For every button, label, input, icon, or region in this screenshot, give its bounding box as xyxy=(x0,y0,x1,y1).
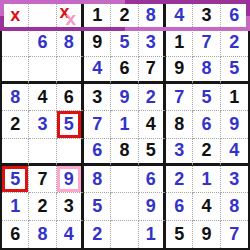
cell-r5c2[interactable]: 3 xyxy=(29,111,56,138)
cell-r8c5[interactable] xyxy=(111,193,138,220)
cell-r2c5[interactable]: 5 xyxy=(111,29,138,56)
cell-r7c1[interactable]: 5 xyxy=(2,166,29,193)
entered-digit: 7 xyxy=(229,224,239,245)
cell-r3c6[interactable]: 7 xyxy=(139,57,166,84)
cell-r7c9[interactable]: 3 xyxy=(221,166,248,193)
cell-r8c1[interactable]: 1 xyxy=(2,193,29,220)
cell-r2c1[interactable] xyxy=(2,29,29,56)
cell-r3c8[interactable]: 8 xyxy=(193,57,220,84)
cell-r7c3[interactable]: 9 xyxy=(57,166,84,193)
given-digit: 5 xyxy=(146,140,156,161)
entered-digit: 2 xyxy=(229,32,239,53)
entered-digit: 9 xyxy=(119,87,129,108)
entered-digit: 4 xyxy=(92,58,102,79)
cell-r5c5[interactable]: 1 xyxy=(111,111,138,138)
cell-r5c7[interactable]: 8 xyxy=(166,111,193,138)
cell-r9c9[interactable]: 7 xyxy=(221,221,248,248)
given-digit: 4 xyxy=(146,114,156,135)
given-digit: 2 xyxy=(119,5,129,26)
cell-r1c1[interactable]: x xyxy=(2,2,29,29)
cell-r9c8[interactable]: 9 xyxy=(193,221,220,248)
entered-digit: 8 xyxy=(64,32,74,53)
cell-r2c7[interactable]: 1 xyxy=(166,29,193,56)
cell-r9c5[interactable] xyxy=(111,221,138,248)
cell-r1c4[interactable]: 1 xyxy=(84,2,111,29)
entered-digit: 4 xyxy=(174,5,184,26)
given-digit: 7 xyxy=(37,169,47,190)
given-digit: 6 xyxy=(64,87,74,108)
cell-r3c4[interactable]: 4 xyxy=(84,57,111,84)
entered-digit: 4 xyxy=(64,224,74,245)
entered-digit: 1 xyxy=(146,224,156,245)
cell-r7c6[interactable]: 6 xyxy=(139,166,166,193)
cell-r7c5[interactable] xyxy=(111,166,138,193)
entered-digit: 8 xyxy=(146,5,156,26)
cell-r7c4[interactable]: 8 xyxy=(84,166,111,193)
cell-r1c5[interactable]: 2 xyxy=(111,2,138,29)
cell-r1c2[interactable] xyxy=(29,2,56,29)
cell-r8c2[interactable]: 2 xyxy=(29,193,56,220)
cell-r6c8[interactable]: 2 xyxy=(193,139,220,166)
cell-r2c2[interactable]: 6 xyxy=(29,29,56,56)
entered-digit: 9 xyxy=(64,169,74,190)
cell-r4c2[interactable]: 4 xyxy=(29,84,56,111)
cell-r6c9[interactable]: 4 xyxy=(221,139,248,166)
cell-r9c2[interactable]: 8 xyxy=(29,221,56,248)
cell-r9c7[interactable]: 5 xyxy=(166,221,193,248)
entered-digit: 6 xyxy=(174,196,184,217)
cell-r3c5[interactable]: 6 xyxy=(111,57,138,84)
cell-r8c8[interactable]: 4 xyxy=(193,193,220,220)
cell-r1c7[interactable]: 4 xyxy=(166,2,193,29)
cell-r4c1[interactable]: 8 xyxy=(2,84,29,111)
given-digit: 9 xyxy=(201,224,211,245)
entered-digit: 7 xyxy=(92,114,102,135)
entered-digit: 8 xyxy=(201,58,211,79)
entered-digit: 9 xyxy=(146,196,156,217)
given-digit: 9 xyxy=(92,32,102,53)
entered-digit: 8 xyxy=(37,224,47,245)
given-digit: 9 xyxy=(174,58,184,79)
entered-digit: 7 xyxy=(174,87,184,108)
cell-r5c4[interactable]: 7 xyxy=(84,111,111,138)
cell-r7c2[interactable]: 7 xyxy=(29,166,56,193)
cell-r8c9[interactable]: 8 xyxy=(221,193,248,220)
cell-r5c6[interactable]: 4 xyxy=(139,111,166,138)
error-x-icon: x xyxy=(10,5,20,26)
entered-digit: 3 xyxy=(37,114,47,135)
cell-r2c4[interactable]: 9 xyxy=(84,29,111,56)
faded-x-icon: x xyxy=(66,8,77,30)
given-digit: 1 xyxy=(174,32,184,53)
cell-r4c7[interactable]: 7 xyxy=(166,84,193,111)
cell-r6c4[interactable]: 6 xyxy=(84,139,111,166)
entered-digit: 6 xyxy=(37,32,47,53)
given-digit: 3 xyxy=(201,5,211,26)
entered-digit: 2 xyxy=(92,224,102,245)
cell-r2c8[interactable]: 7 xyxy=(193,29,220,56)
entered-digit: 5 xyxy=(119,32,129,53)
entered-digit: 5 xyxy=(229,58,239,79)
given-digit: 7 xyxy=(146,58,156,79)
cell-r1c9[interactable]: 6 xyxy=(221,2,248,29)
cell-r6c3[interactable] xyxy=(57,139,84,166)
entered-digit: 8 xyxy=(92,169,102,190)
cell-r1c3[interactable]: xx xyxy=(57,2,84,29)
given-digit: 3 xyxy=(92,87,102,108)
cell-r9c1[interactable]: 6 xyxy=(2,221,29,248)
given-digit: 8 xyxy=(174,114,184,135)
entered-digit: 1 xyxy=(10,196,20,217)
cell-r8c3[interactable]: 3 xyxy=(57,193,84,220)
cell-r1c6[interactable]: 8 xyxy=(139,2,166,29)
entered-digit: 5 xyxy=(92,196,102,217)
given-digit: 1 xyxy=(92,5,102,26)
entered-digit: 3 xyxy=(229,169,239,190)
given-digit: 2 xyxy=(201,140,211,161)
cell-r6c2[interactable] xyxy=(29,139,56,166)
entered-digit: 5 xyxy=(201,87,211,108)
cell-r4c3[interactable]: 6 xyxy=(57,84,84,111)
given-digit: 1 xyxy=(229,87,239,108)
entered-digit: 8 xyxy=(10,87,20,108)
cell-r5c8[interactable]: 6 xyxy=(193,111,220,138)
cell-r3c7[interactable]: 9 xyxy=(166,57,193,84)
cell-r6c1[interactable] xyxy=(2,139,29,166)
given-digit: 2 xyxy=(37,196,47,217)
entered-digit: 9 xyxy=(229,114,239,135)
entered-digit: 7 xyxy=(201,32,211,53)
entered-digit: 3 xyxy=(146,32,156,53)
cell-r2c3[interactable]: 8 xyxy=(57,29,84,56)
cell-r3c2[interactable] xyxy=(29,57,56,84)
cell-r4c6[interactable]: 2 xyxy=(139,84,166,111)
cell-r3c1[interactable] xyxy=(2,57,29,84)
cell-r9c3[interactable]: 4 xyxy=(57,221,84,248)
cell-r9c4[interactable]: 2 xyxy=(84,221,111,248)
entered-digit: 2 xyxy=(174,169,184,190)
cell-r6c7[interactable]: 3 xyxy=(166,139,193,166)
entered-digit: 6 xyxy=(146,169,156,190)
entered-digit: 2 xyxy=(146,87,156,108)
given-digit: 3 xyxy=(64,196,74,217)
cell-r6c6[interactable]: 5 xyxy=(139,139,166,166)
sudoku-board: xxx1284366895317246798584639275123571486… xyxy=(0,0,250,250)
given-digit: 6 xyxy=(10,224,20,245)
entered-digit: 5 xyxy=(10,169,20,190)
cell-r4c4[interactable]: 3 xyxy=(84,84,111,111)
given-digit: 5 xyxy=(174,224,184,245)
cell-r8c4[interactable]: 5 xyxy=(84,193,111,220)
given-digit: 4 xyxy=(37,87,47,108)
given-digit: 8 xyxy=(119,140,129,161)
entered-digit: 1 xyxy=(201,169,211,190)
cell-r7c8[interactable]: 1 xyxy=(193,166,220,193)
cell-r7c7[interactable]: 2 xyxy=(166,166,193,193)
entered-digit: 5 xyxy=(64,114,74,135)
entered-digit: 8 xyxy=(229,196,239,217)
cell-r8c6[interactable]: 9 xyxy=(139,193,166,220)
cell-r4c8[interactable]: 5 xyxy=(193,84,220,111)
cell-r6c5[interactable]: 8 xyxy=(111,139,138,166)
given-digit: 2 xyxy=(10,114,20,135)
cell-r8c7[interactable]: 6 xyxy=(166,193,193,220)
cell-r1c8[interactable]: 3 xyxy=(193,2,220,29)
cell-r4c9[interactable]: 1 xyxy=(221,84,248,111)
entered-digit: 4 xyxy=(229,140,239,161)
entered-digit: 6 xyxy=(229,5,239,26)
cell-r4c5[interactable]: 9 xyxy=(111,84,138,111)
cell-r9c6[interactable]: 1 xyxy=(139,221,166,248)
cell-r2c6[interactable]: 3 xyxy=(139,29,166,56)
cell-r5c9[interactable]: 9 xyxy=(221,111,248,138)
entered-digit: 3 xyxy=(174,140,184,161)
entered-digit: 6 xyxy=(92,140,102,161)
cell-r3c3[interactable] xyxy=(57,57,84,84)
cell-r5c1[interactable]: 2 xyxy=(2,111,29,138)
cell-r2c9[interactable]: 2 xyxy=(221,29,248,56)
given-digit: 6 xyxy=(119,58,129,79)
entered-digit: 6 xyxy=(201,114,211,135)
cell-r3c9[interactable]: 5 xyxy=(221,57,248,84)
entered-digit: 1 xyxy=(119,114,129,135)
cell-r5c3[interactable]: 5 xyxy=(57,111,84,138)
given-digit: 4 xyxy=(201,196,211,217)
